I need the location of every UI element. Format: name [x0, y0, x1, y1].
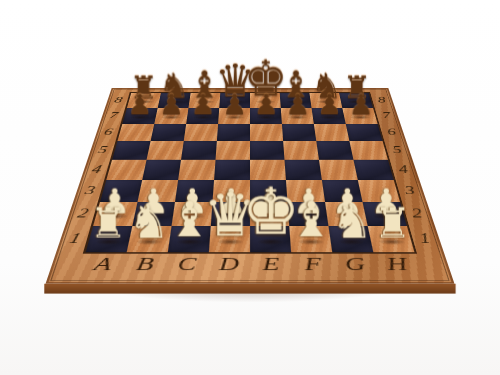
file-label-e: E: [250, 253, 293, 278]
piece-white-knight-b1[interactable]: ♞: [127, 226, 172, 252]
square-c4[interactable]: [178, 160, 215, 180]
white-rook-glyph: ♜: [373, 202, 410, 244]
piece-white-rook-a1[interactable]: ♜: [86, 226, 133, 252]
square-c5[interactable]: [181, 141, 217, 160]
square-d6[interactable]: [217, 124, 250, 141]
square-b6[interactable]: [151, 124, 187, 141]
black-pawn-glyph: ♟: [127, 91, 152, 119]
piece-black-pawn-b7[interactable]: ♟: [154, 108, 188, 124]
piece-white-rook-h1[interactable]: ♜: [368, 226, 415, 252]
square-f5[interactable]: [283, 141, 319, 160]
white-bishop-glyph: ♝: [289, 196, 333, 245]
square-h5[interactable]: [349, 141, 387, 160]
file-label-d: D: [207, 253, 250, 278]
photo-scene: ABCDEFGH8877665544332211♜♞♝♛♚♝♞♜♟♟♟♟♟♟♟♟…: [0, 0, 500, 375]
piece-black-pawn-h7[interactable]: ♟: [342, 108, 377, 124]
board-front-edge: [44, 284, 455, 294]
piece-black-pawn-c7[interactable]: ♟: [186, 108, 219, 124]
rank-label-right-5: 5: [383, 141, 413, 160]
piece-black-pawn-a7[interactable]: ♟: [122, 108, 157, 124]
piece-black-pawn-f7[interactable]: ♟: [281, 108, 314, 124]
square-a5[interactable]: [112, 141, 150, 160]
square-d5[interactable]: [216, 141, 250, 160]
rank-label-left-6: 6: [94, 124, 123, 141]
white-knight-glyph: ♞: [128, 198, 170, 244]
black-pawn-glyph: ♟: [158, 91, 183, 119]
chessboard: ABCDEFGH8877665544332211♜♞♝♛♚♝♞♜♟♟♟♟♟♟♟♟…: [46, 88, 455, 284]
square-f6[interactable]: [282, 124, 316, 141]
white-knight-glyph: ♞: [331, 198, 373, 244]
white-rook-glyph: ♜: [89, 202, 126, 244]
rank-label-right-4: 4: [388, 160, 419, 180]
piece-white-king-e1[interactable]: ♚: [250, 226, 291, 252]
black-pawn-glyph: ♟: [348, 91, 373, 119]
square-g6[interactable]: [314, 124, 350, 141]
piece-white-knight-g1[interactable]: ♞: [328, 226, 373, 252]
square-e6[interactable]: [250, 124, 283, 141]
square-g4[interactable]: [319, 160, 358, 180]
file-label-a: A: [78, 253, 126, 278]
square-b5[interactable]: [147, 141, 184, 160]
black-pawn-glyph: ♟: [253, 91, 278, 119]
square-g5[interactable]: [316, 141, 353, 160]
piece-black-pawn-g7[interactable]: ♟: [312, 108, 346, 124]
square-a4[interactable]: [106, 160, 146, 180]
rank-label-right-6: 6: [378, 124, 407, 141]
file-label-f: F: [291, 253, 336, 278]
piece-black-pawn-e7[interactable]: ♟: [250, 108, 282, 124]
square-h6[interactable]: [346, 124, 383, 141]
file-label-g: G: [332, 253, 378, 278]
piece-black-pawn-d7[interactable]: ♟: [218, 108, 250, 124]
square-c6[interactable]: [184, 124, 218, 141]
file-label-c: C: [164, 253, 209, 278]
square-e5[interactable]: [250, 141, 284, 160]
file-label-h: H: [373, 253, 421, 278]
square-b4[interactable]: [142, 160, 181, 180]
file-label-b: B: [121, 253, 167, 278]
black-pawn-glyph: ♟: [190, 91, 215, 119]
black-pawn-glyph: ♟: [316, 91, 341, 119]
black-pawn-glyph: ♟: [285, 91, 310, 119]
piece-white-bishop-f1[interactable]: ♝: [289, 226, 332, 252]
black-pawn-glyph: ♟: [222, 91, 247, 119]
square-a6[interactable]: [117, 124, 154, 141]
square-h4[interactable]: [353, 160, 393, 180]
